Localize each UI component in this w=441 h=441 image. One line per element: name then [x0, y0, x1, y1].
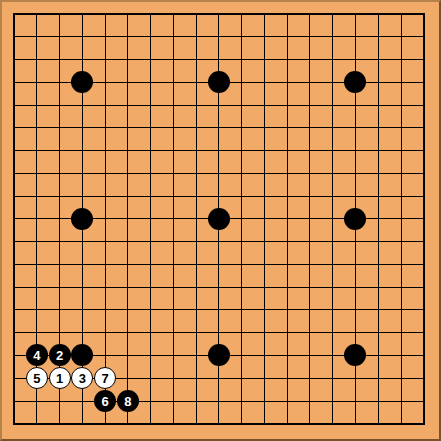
board-intersection — [116, 253, 139, 276]
board-intersection — [299, 48, 322, 71]
board-intersection — [71, 25, 94, 48]
board-intersection — [25, 276, 48, 299]
board-intersection — [230, 367, 253, 390]
board-intersection — [367, 299, 390, 322]
board-intersection — [48, 230, 71, 253]
board-intersection — [276, 230, 299, 253]
board-intersection — [25, 390, 48, 413]
board-intersection — [253, 48, 276, 71]
board-intersection — [3, 185, 26, 208]
board-intersection — [299, 94, 322, 117]
board-intersection — [253, 116, 276, 139]
board-intersection — [25, 208, 48, 231]
board-intersection — [162, 208, 185, 231]
black-stone — [208, 208, 230, 230]
board-intersection — [253, 162, 276, 185]
board-intersection — [299, 253, 322, 276]
board-intersection — [48, 71, 71, 94]
board-intersection — [48, 94, 71, 117]
board-intersection — [71, 208, 94, 231]
board-intersection — [116, 25, 139, 48]
board-intersection — [116, 48, 139, 71]
board-intersection — [230, 139, 253, 162]
board-intersection — [299, 208, 322, 231]
board-intersection — [25, 71, 48, 94]
board-intersection — [390, 390, 413, 413]
board-intersection — [344, 116, 367, 139]
board-intersection — [253, 3, 276, 26]
board-intersection — [230, 253, 253, 276]
go-board-diagram: 42513768 — [0, 0, 441, 441]
board-intersection — [71, 185, 94, 208]
board-intersection — [48, 390, 71, 413]
stone-number: 6 — [101, 395, 108, 408]
white-stone: 7 — [94, 367, 116, 389]
board-intersection — [185, 276, 208, 299]
board-intersection — [367, 208, 390, 231]
board-intersection — [321, 367, 344, 390]
board-intersection — [230, 412, 253, 435]
stone-number: 1 — [56, 372, 63, 385]
board-intersection — [162, 116, 185, 139]
board-intersection — [3, 94, 26, 117]
board-intersection — [321, 412, 344, 435]
board-intersection — [71, 230, 94, 253]
board-intersection — [208, 230, 231, 253]
board-intersection — [94, 185, 117, 208]
board-intersection — [390, 48, 413, 71]
board-intersection — [94, 71, 117, 94]
board-intersection — [367, 276, 390, 299]
board-intersection — [412, 185, 435, 208]
board-intersection — [390, 94, 413, 117]
board-intersection — [116, 344, 139, 367]
board-intersection — [276, 276, 299, 299]
board-intersection — [139, 344, 162, 367]
board-intersection — [48, 276, 71, 299]
board-intersection — [25, 116, 48, 139]
board-intersection — [139, 253, 162, 276]
board-intersection — [344, 412, 367, 435]
board-intersection — [71, 71, 94, 94]
board-intersection — [276, 412, 299, 435]
board-intersection — [116, 321, 139, 344]
board-intersection — [116, 116, 139, 139]
board-intersection — [208, 25, 231, 48]
board-intersection — [253, 344, 276, 367]
board-intersection — [208, 94, 231, 117]
board-intersection — [230, 208, 253, 231]
board-intersection — [344, 48, 367, 71]
board-intersection — [299, 116, 322, 139]
board-intersection — [390, 321, 413, 344]
board-intersection — [367, 185, 390, 208]
board-intersection — [48, 25, 71, 48]
board-intersection — [162, 390, 185, 413]
board-intersection — [3, 48, 26, 71]
board-intersection — [94, 139, 117, 162]
board-intersection — [299, 185, 322, 208]
board-intersection — [276, 344, 299, 367]
black-stone: 4 — [26, 344, 48, 366]
board-intersection — [367, 94, 390, 117]
board-intersection — [390, 185, 413, 208]
board-intersection — [412, 253, 435, 276]
board-intersection — [276, 185, 299, 208]
board-intersection — [321, 48, 344, 71]
board-intersection — [299, 71, 322, 94]
board-intersection — [412, 208, 435, 231]
board-intersection — [390, 344, 413, 367]
board-intersection — [367, 116, 390, 139]
board-intersection — [48, 116, 71, 139]
board-intersection — [71, 48, 94, 71]
board-intersection — [208, 390, 231, 413]
stone-number: 2 — [56, 349, 63, 362]
board-intersection — [3, 412, 26, 435]
board-intersection — [253, 253, 276, 276]
board-intersection — [390, 230, 413, 253]
board-intersection — [48, 48, 71, 71]
board-intersection — [94, 321, 117, 344]
board-intersection — [116, 412, 139, 435]
board-intersection — [71, 139, 94, 162]
board-intersection — [321, 253, 344, 276]
board-intersection — [3, 208, 26, 231]
board-intersection — [162, 299, 185, 322]
board-intersection — [299, 390, 322, 413]
board-intersection — [230, 390, 253, 413]
board-intersection — [367, 390, 390, 413]
board-intersection — [185, 71, 208, 94]
board-intersection — [367, 253, 390, 276]
board-intersection — [25, 94, 48, 117]
board-intersection — [230, 48, 253, 71]
board-intersection — [276, 162, 299, 185]
board-intersection — [390, 299, 413, 322]
board-intersection — [185, 94, 208, 117]
board-intersection — [208, 253, 231, 276]
board-intersection — [253, 276, 276, 299]
board-intersection — [299, 299, 322, 322]
board-intersection — [412, 390, 435, 413]
black-stone — [71, 344, 93, 366]
board-intersection — [253, 390, 276, 413]
board-intersection — [185, 116, 208, 139]
board-intersection — [208, 71, 231, 94]
board-intersection — [367, 48, 390, 71]
board-intersection — [162, 344, 185, 367]
board-intersection — [116, 94, 139, 117]
board-intersection — [412, 25, 435, 48]
black-stone — [71, 71, 93, 93]
board-intersection — [367, 344, 390, 367]
board-intersection — [390, 116, 413, 139]
black-stone — [208, 344, 230, 366]
board-intersection — [139, 412, 162, 435]
board-intersection — [25, 25, 48, 48]
board-intersection — [253, 367, 276, 390]
board-intersection — [253, 71, 276, 94]
board-intersection — [230, 276, 253, 299]
board-intersection — [208, 344, 231, 367]
board-intersection — [412, 276, 435, 299]
board-intersection — [230, 25, 253, 48]
board-intersection — [321, 276, 344, 299]
board-intersection — [390, 208, 413, 231]
board-intersection — [3, 276, 26, 299]
board-intersection — [230, 344, 253, 367]
board-intersection — [367, 3, 390, 26]
board-intersection — [412, 299, 435, 322]
board-intersection — [185, 344, 208, 367]
board-intersection — [25, 321, 48, 344]
board-intersection — [94, 25, 117, 48]
board-intersection — [412, 367, 435, 390]
board-intersection — [344, 25, 367, 48]
board-intersection — [48, 253, 71, 276]
board-intersection — [185, 3, 208, 26]
board-intersection — [3, 344, 26, 367]
board-intersection — [276, 367, 299, 390]
board-intersection — [116, 208, 139, 231]
board-intersection — [94, 412, 117, 435]
board-intersection — [412, 344, 435, 367]
board-intersection — [412, 71, 435, 94]
board-intersection — [276, 3, 299, 26]
board-intersection — [390, 412, 413, 435]
board-intersection — [344, 321, 367, 344]
board-intersection — [208, 321, 231, 344]
board-intersection — [299, 25, 322, 48]
board-intersection: 6 — [94, 390, 117, 413]
board-intersection — [3, 230, 26, 253]
board-intersection: 8 — [116, 390, 139, 413]
board-intersection — [412, 48, 435, 71]
board-intersection — [299, 3, 322, 26]
board-intersection — [185, 390, 208, 413]
black-stone: 2 — [49, 344, 71, 366]
board-intersection — [116, 3, 139, 26]
board-intersection — [230, 71, 253, 94]
black-stone — [71, 208, 93, 230]
board-intersection — [344, 71, 367, 94]
board-intersection — [230, 230, 253, 253]
board-intersection — [208, 276, 231, 299]
board-intersection — [71, 253, 94, 276]
board-intersection — [139, 116, 162, 139]
board-intersection — [3, 25, 26, 48]
board-intersection — [253, 230, 276, 253]
board-intersection — [230, 299, 253, 322]
board-intersection — [185, 48, 208, 71]
black-stone: 6 — [94, 390, 116, 412]
board-intersection — [367, 162, 390, 185]
board-intersection — [299, 321, 322, 344]
board-intersection — [139, 3, 162, 26]
board-intersection — [299, 367, 322, 390]
board-intersection — [116, 299, 139, 322]
board-intersection — [48, 299, 71, 322]
board-intersection — [367, 321, 390, 344]
board-intersection — [390, 162, 413, 185]
black-stone — [344, 208, 366, 230]
board-intersection — [94, 253, 117, 276]
board-intersection — [344, 94, 367, 117]
board-intersection — [321, 321, 344, 344]
board-intersection — [344, 139, 367, 162]
board-intersection — [139, 321, 162, 344]
board-intersection — [412, 139, 435, 162]
board-intersection: 3 — [71, 367, 94, 390]
board-intersection — [162, 71, 185, 94]
stone-number: 3 — [79, 372, 86, 385]
board-intersection — [139, 230, 162, 253]
white-stone: 1 — [49, 367, 71, 389]
board-intersection — [71, 116, 94, 139]
board-intersection — [48, 185, 71, 208]
board-intersection — [3, 162, 26, 185]
board-intersection — [230, 94, 253, 117]
board-intersection — [185, 162, 208, 185]
board-intersection — [276, 25, 299, 48]
board-intersection — [276, 390, 299, 413]
board-intersection — [321, 208, 344, 231]
board-intersection: 1 — [48, 367, 71, 390]
board-intersection — [208, 3, 231, 26]
board-intersection — [25, 48, 48, 71]
board-intersection — [230, 321, 253, 344]
board-intersection — [116, 162, 139, 185]
board-intersection — [276, 48, 299, 71]
board-intersection — [390, 139, 413, 162]
board-intersection — [139, 48, 162, 71]
white-stone: 5 — [26, 367, 48, 389]
board-intersection — [321, 94, 344, 117]
board-intersection — [25, 185, 48, 208]
board-intersection: 5 — [25, 367, 48, 390]
board-intersection — [344, 390, 367, 413]
board-intersection — [321, 344, 344, 367]
board-intersection — [299, 276, 322, 299]
board-intersection — [71, 276, 94, 299]
board-intersection — [94, 208, 117, 231]
board-intersection — [299, 230, 322, 253]
board-intersection — [230, 116, 253, 139]
board-intersection — [71, 412, 94, 435]
board-intersection — [94, 344, 117, 367]
board-intersection: 7 — [94, 367, 117, 390]
board-intersection — [412, 116, 435, 139]
board-intersection — [276, 299, 299, 322]
board-intersection — [412, 162, 435, 185]
board-intersection — [162, 185, 185, 208]
board-intersection — [25, 299, 48, 322]
board-intersection — [139, 94, 162, 117]
board-intersection — [3, 299, 26, 322]
board-intersection — [321, 116, 344, 139]
board-intersection — [412, 321, 435, 344]
board-intersection — [390, 3, 413, 26]
board-intersection — [299, 344, 322, 367]
board-intersection — [162, 230, 185, 253]
board-intersection — [94, 116, 117, 139]
board-intersection — [299, 162, 322, 185]
board-intersection — [321, 185, 344, 208]
go-board-grid: 42513768 — [3, 3, 436, 436]
board-intersection — [48, 162, 71, 185]
board-intersection — [412, 230, 435, 253]
board-intersection — [344, 230, 367, 253]
black-stone — [344, 344, 366, 366]
board-intersection — [230, 185, 253, 208]
board-intersection — [299, 412, 322, 435]
board-intersection — [276, 71, 299, 94]
board-intersection — [321, 71, 344, 94]
board-intersection — [253, 299, 276, 322]
board-intersection — [94, 3, 117, 26]
board-intersection — [139, 25, 162, 48]
board-intersection — [276, 253, 299, 276]
board-intersection — [344, 344, 367, 367]
board-intersection — [139, 299, 162, 322]
board-intersection — [276, 94, 299, 117]
board-intersection — [25, 162, 48, 185]
board-intersection — [390, 71, 413, 94]
board-intersection — [162, 412, 185, 435]
board-intersection — [321, 3, 344, 26]
board-intersection — [208, 412, 231, 435]
board-intersection — [185, 25, 208, 48]
board-intersection — [162, 139, 185, 162]
board-intersection — [253, 139, 276, 162]
board-intersection — [253, 94, 276, 117]
board-intersection — [185, 139, 208, 162]
board-intersection — [48, 139, 71, 162]
board-intersection — [25, 412, 48, 435]
stone-number: 7 — [101, 372, 108, 385]
board-intersection — [230, 3, 253, 26]
board-intersection — [367, 367, 390, 390]
board-intersection — [3, 321, 26, 344]
black-stone — [344, 71, 366, 93]
board-intersection — [25, 253, 48, 276]
board-intersection — [344, 208, 367, 231]
board-intersection — [276, 139, 299, 162]
board-intersection — [3, 253, 26, 276]
board-intersection — [3, 390, 26, 413]
board-intersection — [94, 276, 117, 299]
board-intersection — [162, 253, 185, 276]
board-intersection — [321, 139, 344, 162]
board-intersection — [208, 367, 231, 390]
board-intersection — [185, 253, 208, 276]
board-intersection — [208, 299, 231, 322]
stone-number: 4 — [33, 349, 40, 362]
board-intersection — [162, 48, 185, 71]
board-intersection — [162, 367, 185, 390]
board-intersection — [367, 139, 390, 162]
board-intersection — [208, 116, 231, 139]
board-intersection — [94, 48, 117, 71]
board-intersection — [3, 367, 26, 390]
board-intersection — [3, 116, 26, 139]
board-intersection — [344, 162, 367, 185]
board-intersection — [230, 162, 253, 185]
board-intersection — [390, 25, 413, 48]
stone-number: 5 — [33, 372, 40, 385]
board-intersection — [71, 390, 94, 413]
